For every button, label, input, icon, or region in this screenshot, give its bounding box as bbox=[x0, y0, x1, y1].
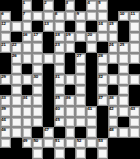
cell-r3c5[interactable]: 18 bbox=[54, 32, 65, 43]
cell-r9c5[interactable]: 35 bbox=[54, 95, 65, 106]
cell-r13c10 bbox=[108, 138, 119, 149]
cell-r9c3[interactable] bbox=[32, 95, 43, 106]
clue-number: 45 bbox=[55, 117, 60, 122]
cell-r2c1[interactable] bbox=[11, 21, 22, 32]
cell-r8c2 bbox=[22, 85, 33, 96]
cell-r5c9[interactable]: 28 bbox=[97, 53, 108, 64]
clue-number: 32 bbox=[98, 74, 103, 79]
cell-r5c6 bbox=[65, 53, 76, 64]
clue-number: 36 bbox=[66, 95, 71, 100]
cell-r2c9[interactable]: 14 bbox=[97, 21, 108, 32]
cell-r5c11[interactable] bbox=[118, 53, 129, 64]
cell-r11c8[interactable] bbox=[86, 117, 97, 128]
cell-r12c11[interactable] bbox=[118, 127, 129, 138]
cell-r2c11 bbox=[118, 21, 129, 32]
cell-r10c0[interactable]: 39 bbox=[0, 106, 11, 117]
cell-r11c0[interactable]: 44 bbox=[0, 117, 11, 128]
cell-r4c2[interactable] bbox=[22, 42, 33, 53]
clue-number: 3 bbox=[66, 0, 68, 5]
cell-r13c5[interactable]: 51 bbox=[54, 138, 65, 149]
cell-r8c3[interactable] bbox=[32, 85, 43, 96]
cell-r1c8[interactable] bbox=[86, 11, 97, 22]
cell-r7c7[interactable] bbox=[75, 74, 86, 85]
cell-r7c6[interactable] bbox=[65, 74, 76, 85]
cell-r11c11 bbox=[118, 117, 129, 128]
clue-number: 25 bbox=[119, 42, 124, 47]
cell-r6c11[interactable] bbox=[118, 64, 129, 75]
cell-r14c11 bbox=[118, 148, 129, 159]
cell-r3c4 bbox=[43, 32, 54, 43]
cell-r1c9[interactable] bbox=[97, 11, 108, 22]
clue-number: 27 bbox=[76, 53, 81, 58]
cell-r14c5[interactable] bbox=[54, 148, 65, 159]
cell-r0c11 bbox=[118, 0, 129, 11]
cell-r0c8[interactable]: 4 bbox=[86, 0, 97, 11]
cell-r2c2[interactable] bbox=[22, 21, 33, 32]
cell-r10c10[interactable]: 42 bbox=[108, 106, 119, 117]
cell-r3c3[interactable]: 17 bbox=[32, 32, 43, 43]
cell-r3c12[interactable] bbox=[129, 32, 140, 43]
clue-number: 7 bbox=[23, 11, 25, 16]
cell-r0c7 bbox=[75, 0, 86, 11]
cell-r12c5 bbox=[54, 127, 65, 138]
clue-number: 43 bbox=[130, 106, 135, 111]
cell-r6c10 bbox=[108, 64, 119, 75]
clue-number: 34 bbox=[23, 95, 28, 100]
cell-r12c8[interactable] bbox=[86, 127, 97, 138]
cell-r14c2 bbox=[22, 148, 33, 159]
cell-r13c7[interactable]: 52 bbox=[75, 138, 86, 149]
clue-number: 14 bbox=[98, 21, 103, 26]
cell-r2c12[interactable] bbox=[129, 21, 140, 32]
cell-r0c12 bbox=[129, 0, 140, 11]
clue-number: 21 bbox=[1, 42, 6, 47]
cell-r1c6[interactable] bbox=[65, 11, 76, 22]
clue-number: 29 bbox=[1, 74, 6, 79]
cell-r1c10 bbox=[108, 11, 119, 22]
cell-r6c2 bbox=[22, 64, 33, 75]
clue-number: 53 bbox=[98, 138, 103, 143]
cell-r10c6[interactable] bbox=[65, 106, 76, 117]
cell-r2c0[interactable]: 12 bbox=[0, 21, 11, 32]
cell-r2c8 bbox=[86, 21, 97, 32]
cell-r12c1[interactable] bbox=[11, 127, 22, 138]
cell-r3c1 bbox=[11, 32, 22, 43]
cell-r11c7[interactable] bbox=[75, 117, 86, 128]
cell-r13c3[interactable]: 50 bbox=[32, 138, 43, 149]
clue-number: 28 bbox=[98, 53, 103, 58]
cell-r0c9[interactable]: 5 bbox=[97, 0, 108, 11]
cell-r6c12 bbox=[129, 64, 140, 75]
cell-r4c0[interactable]: 21 bbox=[0, 42, 11, 53]
cell-r3c6[interactable]: 19 bbox=[65, 32, 76, 43]
cell-r11c4 bbox=[43, 117, 54, 128]
cell-r11c3[interactable] bbox=[32, 117, 43, 128]
cell-r13c0[interactable] bbox=[0, 138, 11, 149]
clue-number: 44 bbox=[1, 117, 6, 122]
cell-r14c3[interactable] bbox=[32, 148, 43, 159]
cell-r10c12[interactable]: 43 bbox=[129, 106, 140, 117]
clue-number: 46 bbox=[1, 127, 6, 132]
cell-r3c9[interactable] bbox=[97, 32, 108, 43]
crossword-board: 1234567891011121314151617181920212223242… bbox=[0, 0, 140, 159]
clue-number: 47 bbox=[44, 127, 49, 132]
cell-r5c0 bbox=[0, 53, 11, 64]
clue-number: 41 bbox=[87, 106, 92, 111]
cell-r12c3 bbox=[32, 127, 43, 138]
cell-r8c12 bbox=[129, 85, 140, 96]
clue-number: 30 bbox=[33, 74, 38, 79]
cell-r14c10 bbox=[108, 148, 119, 159]
cell-r11c6[interactable] bbox=[65, 117, 76, 128]
clue-number: 8 bbox=[55, 11, 57, 16]
cell-r12c12[interactable] bbox=[129, 127, 140, 138]
cell-r5c1[interactable]: 26 bbox=[11, 53, 22, 64]
cell-r10c7[interactable] bbox=[75, 106, 86, 117]
cell-r5c3[interactable] bbox=[32, 53, 43, 64]
cell-r2c7[interactable] bbox=[75, 21, 86, 32]
cell-r6c8 bbox=[86, 64, 97, 75]
cell-r14c0 bbox=[0, 148, 11, 159]
clue-number: 48 bbox=[109, 127, 114, 132]
cell-r10c11[interactable] bbox=[118, 106, 129, 117]
cell-r7c4 bbox=[43, 74, 54, 85]
cell-r11c2[interactable] bbox=[22, 117, 33, 128]
cell-r3c8[interactable]: 20 bbox=[86, 32, 97, 43]
crossword-board-background: 1234567891011121314151617181920212223242… bbox=[0, 0, 140, 159]
cell-r14c7[interactable] bbox=[75, 148, 86, 159]
cell-r13c4[interactable] bbox=[43, 138, 54, 149]
clue-number: 18 bbox=[55, 32, 60, 37]
cell-r13c2[interactable]: 49 bbox=[22, 138, 33, 149]
cell-r6c6 bbox=[65, 64, 76, 75]
cell-r12c9 bbox=[97, 127, 108, 138]
cell-r0c0 bbox=[0, 0, 11, 11]
cell-r6c0 bbox=[0, 64, 11, 75]
cell-r4c1[interactable]: 22 bbox=[11, 42, 22, 53]
cell-r0c2[interactable]: 1 bbox=[22, 0, 33, 11]
cell-r9c2[interactable]: 34 bbox=[22, 95, 33, 106]
clue-number: 35 bbox=[55, 95, 60, 100]
cell-r7c12[interactable] bbox=[129, 74, 140, 85]
cell-r13c9[interactable]: 53 bbox=[97, 138, 108, 149]
cell-r10c1[interactable] bbox=[11, 106, 22, 117]
cell-r8c7[interactable] bbox=[75, 85, 86, 96]
cell-r5c7[interactable]: 27 bbox=[75, 53, 86, 64]
clue-number: 17 bbox=[33, 32, 38, 37]
cell-r9c9[interactable]: 37 bbox=[97, 95, 108, 106]
cell-r11c12[interactable] bbox=[129, 117, 140, 128]
cell-r0c5 bbox=[54, 0, 65, 11]
cell-r1c5[interactable]: 8 bbox=[54, 11, 65, 22]
cell-r9c12 bbox=[129, 95, 140, 106]
clue-number: 13 bbox=[44, 21, 49, 26]
cell-r2c10[interactable]: 15 bbox=[108, 21, 119, 32]
clue-number: 26 bbox=[12, 53, 17, 58]
cell-r6c1[interactable] bbox=[11, 64, 22, 75]
cell-r8c1[interactable] bbox=[11, 85, 22, 96]
cell-r2c5[interactable] bbox=[54, 21, 65, 32]
cell-r2c4[interactable]: 13 bbox=[43, 21, 54, 32]
cell-r7c3[interactable]: 30 bbox=[32, 74, 43, 85]
cell-r1c11[interactable]: 10 bbox=[118, 11, 129, 22]
cell-r0c6[interactable]: 3 bbox=[65, 0, 76, 11]
cell-r7c8 bbox=[86, 74, 97, 85]
cell-r0c1 bbox=[11, 0, 22, 11]
cell-r11c10[interactable] bbox=[108, 117, 119, 128]
clue-number: 6 bbox=[1, 11, 3, 16]
cell-r6c9[interactable] bbox=[97, 64, 108, 75]
cell-r9c10[interactable]: 38 bbox=[108, 95, 119, 106]
cell-r7c5[interactable]: 31 bbox=[54, 74, 65, 85]
cell-r13c6[interactable] bbox=[65, 138, 76, 149]
cell-r5c4[interactable] bbox=[43, 53, 54, 64]
cell-r3c2[interactable]: 16 bbox=[22, 32, 33, 43]
cell-r1c3[interactable] bbox=[32, 11, 43, 22]
cell-r1c12[interactable]: 11 bbox=[129, 11, 140, 22]
cell-r14c9[interactable] bbox=[97, 148, 108, 159]
clue-number: 42 bbox=[109, 106, 114, 111]
clue-number: 38 bbox=[109, 95, 114, 100]
clue-number: 4 bbox=[87, 0, 89, 5]
clue-number: 37 bbox=[98, 95, 103, 100]
cell-r14c1 bbox=[11, 148, 22, 159]
cell-r9c4 bbox=[43, 95, 54, 106]
cell-r2c6 bbox=[65, 21, 76, 32]
cell-r1c0[interactable]: 6 bbox=[0, 11, 11, 22]
clue-number: 22 bbox=[12, 42, 17, 47]
cell-r4c7 bbox=[75, 42, 86, 53]
cell-r8c11[interactable] bbox=[118, 85, 129, 96]
cell-r3c11 bbox=[118, 32, 129, 43]
cell-r8c6 bbox=[65, 85, 76, 96]
cell-r7c9[interactable]: 32 bbox=[97, 74, 108, 85]
cell-r9c8 bbox=[86, 95, 97, 106]
cell-r4c11[interactable]: 25 bbox=[118, 42, 129, 53]
cell-r4c6[interactable] bbox=[65, 42, 76, 53]
cell-r12c2[interactable] bbox=[22, 127, 33, 138]
cell-r10c4 bbox=[43, 106, 54, 117]
clue-number: 11 bbox=[130, 11, 135, 16]
cell-r8c0 bbox=[0, 85, 11, 96]
cell-r3c10[interactable] bbox=[108, 32, 119, 43]
clue-number: 24 bbox=[109, 42, 114, 47]
clue-number: 12 bbox=[1, 21, 6, 26]
cell-r12c4[interactable]: 47 bbox=[43, 127, 54, 138]
cell-r14c12 bbox=[129, 148, 140, 159]
cell-r10c8[interactable]: 41 bbox=[86, 106, 97, 117]
cell-r11c9 bbox=[97, 117, 108, 128]
cell-r13c8[interactable] bbox=[86, 138, 97, 149]
cell-r6c3[interactable] bbox=[32, 64, 43, 75]
cell-r0c3 bbox=[32, 0, 43, 11]
cell-r8c5[interactable] bbox=[54, 85, 65, 96]
cell-r12c10[interactable]: 48 bbox=[108, 127, 119, 138]
cell-r7c1[interactable] bbox=[11, 74, 22, 85]
cell-r3c0[interactable] bbox=[0, 32, 11, 43]
cell-r14c6 bbox=[65, 148, 76, 159]
cell-r12c0[interactable]: 46 bbox=[0, 127, 11, 138]
cell-r6c4 bbox=[43, 64, 54, 75]
cell-r9c6[interactable]: 36 bbox=[65, 95, 76, 106]
cell-r8c4 bbox=[43, 85, 54, 96]
cell-r1c2[interactable]: 7 bbox=[22, 11, 33, 22]
cell-r8c9[interactable] bbox=[97, 85, 108, 96]
cell-r0c4[interactable]: 2 bbox=[43, 0, 54, 11]
cell-r3c7[interactable] bbox=[75, 32, 86, 43]
cell-r11c5[interactable]: 45 bbox=[54, 117, 65, 128]
cell-r9c0[interactable]: 33 bbox=[0, 95, 11, 106]
cell-r10c5[interactable]: 40 bbox=[54, 106, 65, 117]
cell-r2c3 bbox=[32, 21, 43, 32]
clue-number: 20 bbox=[87, 32, 92, 37]
cell-r10c3[interactable] bbox=[32, 106, 43, 117]
clue-number: 33 bbox=[1, 95, 6, 100]
cell-r5c8 bbox=[86, 53, 97, 64]
cell-r10c2[interactable] bbox=[22, 106, 33, 117]
cell-r1c1 bbox=[11, 11, 22, 22]
cell-r8c8 bbox=[86, 85, 97, 96]
cell-r10c9 bbox=[97, 106, 108, 117]
cell-r6c7[interactable] bbox=[75, 64, 86, 75]
cell-r4c9 bbox=[97, 42, 108, 53]
cell-r4c8[interactable] bbox=[86, 42, 97, 53]
cell-r6c5[interactable] bbox=[54, 64, 65, 75]
clue-number: 9 bbox=[76, 11, 78, 16]
cell-r14c4 bbox=[43, 148, 54, 159]
cell-r4c10[interactable]: 24 bbox=[108, 42, 119, 53]
cell-r5c2[interactable] bbox=[22, 53, 33, 64]
clue-number: 50 bbox=[33, 138, 38, 143]
cell-r9c11[interactable] bbox=[118, 95, 129, 106]
cell-r13c1 bbox=[11, 138, 22, 149]
cell-r1c7[interactable]: 9 bbox=[75, 11, 86, 22]
cell-r7c0[interactable]: 29 bbox=[0, 74, 11, 85]
clue-number: 10 bbox=[119, 11, 124, 16]
cell-r5c5[interactable] bbox=[54, 53, 65, 64]
clue-number: 15 bbox=[109, 21, 114, 26]
clue-number: 31 bbox=[55, 74, 60, 79]
clue-number: 19 bbox=[66, 32, 71, 37]
cell-r4c5[interactable]: 23 bbox=[54, 42, 65, 53]
clue-number: 5 bbox=[98, 0, 100, 5]
clue-number: 16 bbox=[23, 32, 28, 37]
cell-r12c7 bbox=[75, 127, 86, 138]
cell-r7c11[interactable] bbox=[118, 74, 129, 85]
cell-r11c1[interactable] bbox=[11, 117, 22, 128]
cell-r5c10[interactable] bbox=[108, 53, 119, 64]
cell-r4c4 bbox=[43, 42, 54, 53]
cell-r7c10[interactable] bbox=[108, 74, 119, 85]
cell-r1c4[interactable] bbox=[43, 11, 54, 22]
cell-r13c12 bbox=[129, 138, 140, 149]
cell-r13c11 bbox=[118, 138, 129, 149]
cell-r9c1[interactable] bbox=[11, 95, 22, 106]
cell-r9c7[interactable] bbox=[75, 95, 86, 106]
cell-r4c3[interactable] bbox=[32, 42, 43, 53]
cell-r12c6[interactable] bbox=[65, 127, 76, 138]
clue-number: 1 bbox=[23, 0, 25, 5]
clue-number: 49 bbox=[23, 138, 28, 143]
cell-r5c12[interactable] bbox=[129, 53, 140, 64]
clue-number: 40 bbox=[55, 106, 60, 111]
cell-r0c10 bbox=[108, 0, 119, 11]
cell-r7c2[interactable] bbox=[22, 74, 33, 85]
clue-number: 23 bbox=[55, 42, 60, 47]
clue-number: 39 bbox=[1, 106, 6, 111]
clue-number: 52 bbox=[76, 138, 81, 143]
cell-r4c12[interactable] bbox=[129, 42, 140, 53]
cell-r8c10 bbox=[108, 85, 119, 96]
clue-number: 51 bbox=[55, 138, 60, 143]
cell-r14c8 bbox=[86, 148, 97, 159]
clue-number: 2 bbox=[44, 0, 46, 5]
